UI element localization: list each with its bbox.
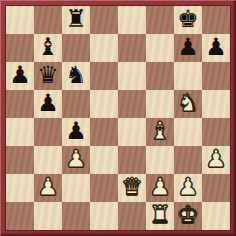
square-g5[interactable]: ♞ [174, 90, 202, 118]
square-e2[interactable]: ♛ [118, 174, 146, 202]
square-a6[interactable]: ♟ [6, 62, 34, 90]
black-pawn: ♟ [174, 34, 202, 62]
square-a3[interactable] [6, 146, 34, 174]
square-f3[interactable] [146, 146, 174, 174]
square-g1[interactable]: ♚ [174, 202, 202, 230]
square-c1[interactable] [62, 202, 90, 230]
square-d7[interactable] [90, 34, 118, 62]
black-king: ♚ [174, 6, 202, 34]
square-e6[interactable] [118, 62, 146, 90]
square-a7[interactable] [6, 34, 34, 62]
square-g8[interactable]: ♚ [174, 6, 202, 34]
square-b4[interactable] [34, 118, 62, 146]
square-h6[interactable] [202, 62, 230, 90]
square-a5[interactable] [6, 90, 34, 118]
square-d2[interactable] [90, 174, 118, 202]
square-a4[interactable] [6, 118, 34, 146]
white-pawn: ♟ [34, 174, 62, 202]
square-e7[interactable] [118, 34, 146, 62]
square-b8[interactable] [34, 6, 62, 34]
square-g3[interactable] [174, 146, 202, 174]
board-frame: ♜♚♝♟♟♟♛♞♟♞♟♝♟♟♟♛♟♟♜♚ [0, 0, 236, 236]
square-h5[interactable] [202, 90, 230, 118]
square-e5[interactable] [118, 90, 146, 118]
black-pawn: ♟ [202, 34, 230, 62]
white-pawn: ♟ [62, 146, 90, 174]
square-d1[interactable] [90, 202, 118, 230]
square-e3[interactable] [118, 146, 146, 174]
square-h7[interactable]: ♟ [202, 34, 230, 62]
black-bishop: ♝ [34, 34, 62, 62]
black-rook: ♜ [62, 6, 90, 34]
square-d5[interactable] [90, 90, 118, 118]
black-pawn: ♟ [62, 118, 90, 146]
square-f1[interactable]: ♜ [146, 202, 174, 230]
white-king: ♚ [174, 202, 202, 230]
square-b2[interactable]: ♟ [34, 174, 62, 202]
white-queen: ♛ [118, 174, 146, 202]
square-h4[interactable] [202, 118, 230, 146]
square-g4[interactable] [174, 118, 202, 146]
square-b7[interactable]: ♝ [34, 34, 62, 62]
square-h1[interactable] [202, 202, 230, 230]
square-c3[interactable]: ♟ [62, 146, 90, 174]
black-pawn: ♟ [34, 90, 62, 118]
square-a2[interactable] [6, 174, 34, 202]
chess-board: ♜♚♝♟♟♟♛♞♟♞♟♝♟♟♟♛♟♟♜♚ [6, 6, 230, 230]
square-g7[interactable]: ♟ [174, 34, 202, 62]
white-pawn: ♟ [174, 174, 202, 202]
square-f2[interactable]: ♟ [146, 174, 174, 202]
square-f7[interactable] [146, 34, 174, 62]
white-knight: ♞ [174, 90, 202, 118]
square-e4[interactable] [118, 118, 146, 146]
square-a1[interactable] [6, 202, 34, 230]
white-pawn: ♟ [146, 174, 174, 202]
square-h8[interactable] [202, 6, 230, 34]
square-d4[interactable] [90, 118, 118, 146]
square-d8[interactable] [90, 6, 118, 34]
square-g6[interactable] [174, 62, 202, 90]
white-rook: ♜ [146, 202, 174, 230]
square-c6[interactable]: ♞ [62, 62, 90, 90]
square-c4[interactable]: ♟ [62, 118, 90, 146]
square-b5[interactable]: ♟ [34, 90, 62, 118]
square-c2[interactable] [62, 174, 90, 202]
square-d3[interactable] [90, 146, 118, 174]
square-c5[interactable] [62, 90, 90, 118]
square-c8[interactable]: ♜ [62, 6, 90, 34]
square-c7[interactable] [62, 34, 90, 62]
square-d6[interactable] [90, 62, 118, 90]
white-pawn: ♟ [202, 146, 230, 174]
square-h3[interactable]: ♟ [202, 146, 230, 174]
square-g2[interactable]: ♟ [174, 174, 202, 202]
square-f4[interactable]: ♝ [146, 118, 174, 146]
square-b6[interactable]: ♛ [34, 62, 62, 90]
square-f8[interactable] [146, 6, 174, 34]
black-knight: ♞ [62, 62, 90, 90]
black-pawn: ♟ [6, 62, 34, 90]
square-f6[interactable] [146, 62, 174, 90]
square-f5[interactable] [146, 90, 174, 118]
square-e8[interactable] [118, 6, 146, 34]
square-e1[interactable] [118, 202, 146, 230]
square-a8[interactable] [6, 6, 34, 34]
square-h2[interactable] [202, 174, 230, 202]
black-queen: ♛ [34, 62, 62, 90]
white-bishop: ♝ [146, 118, 174, 146]
square-b1[interactable] [34, 202, 62, 230]
square-b3[interactable] [34, 146, 62, 174]
